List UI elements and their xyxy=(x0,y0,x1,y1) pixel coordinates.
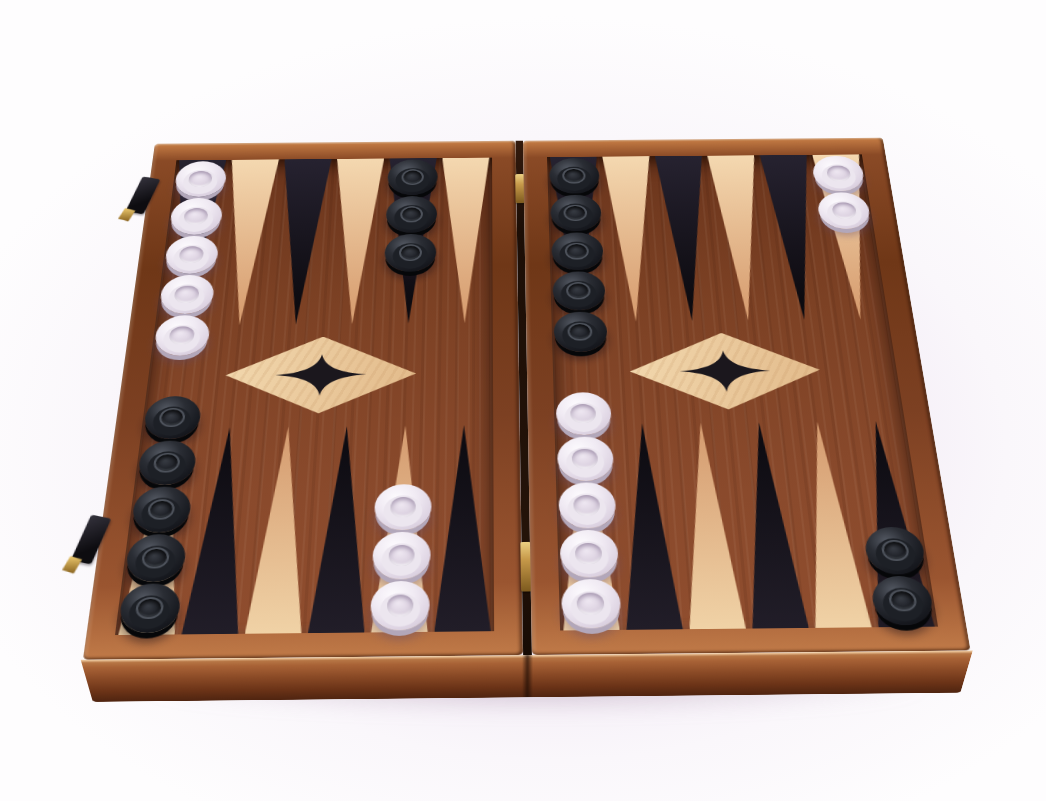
checker-white-point8-1[interactable]: ● xyxy=(370,581,430,631)
point-5-triangle xyxy=(616,423,683,630)
point-9[interactable] xyxy=(305,426,376,633)
point-2[interactable] xyxy=(788,421,875,628)
photo-background: Wooden backgammon board, open case, chec… xyxy=(0,0,1046,801)
point-11[interactable] xyxy=(178,427,259,634)
checker-black-point1-2[interactable]: ● xyxy=(863,527,928,575)
checker-white-point6-5[interactable]: ● xyxy=(555,392,612,435)
checker-black-point17-3[interactable]: ● xyxy=(384,234,437,272)
checker-black-point1-1[interactable]: ● xyxy=(870,576,936,626)
board-left-panel: ●●●●●●●● ●●●●●●●● xyxy=(83,141,523,660)
game-caption: Wooden backgammon board, open case, chec… xyxy=(0,0,1,1)
scene: ●●●●●●●● ●●●●●●●● xyxy=(123,40,923,705)
point-11-triangle xyxy=(182,427,256,634)
checker-white-point24-2[interactable]: ● xyxy=(816,192,872,229)
checker-white-point6-1[interactable]: ● xyxy=(561,579,622,629)
checker-black-point19-2[interactable]: ● xyxy=(550,195,602,232)
checker-white-point6-4[interactable]: ● xyxy=(556,436,614,481)
latch-icon-top[interactable] xyxy=(126,176,161,214)
point-10-triangle xyxy=(245,426,315,633)
point-7[interactable] xyxy=(431,425,494,632)
point-6[interactable]: ●●●●● xyxy=(554,424,623,631)
board-right-panel: ●●●●●●● ●●●●●●● xyxy=(523,138,971,655)
point-8-triangle xyxy=(371,425,431,632)
point-16-triangle xyxy=(327,159,384,325)
point-16[interactable] xyxy=(324,158,387,324)
checker-black-point19-3[interactable]: ● xyxy=(551,232,604,270)
checker-black-point17-1[interactable]: ● xyxy=(387,159,438,195)
point-6-triangle xyxy=(557,424,619,631)
backgammon-board: ●●●●●●●● ●●●●●●●● xyxy=(83,138,971,660)
point-3-triangle xyxy=(733,422,809,629)
point-9-triangle xyxy=(308,426,373,633)
checker-white-point13-4[interactable]: ● xyxy=(158,275,215,314)
checker-white-point8-2[interactable]: ● xyxy=(372,532,431,580)
point-4-triangle xyxy=(674,423,746,630)
point-2-triangle xyxy=(791,421,872,627)
checker-black-point12-1[interactable]: ● xyxy=(117,583,182,633)
latch-icon-bottom[interactable] xyxy=(71,515,112,565)
checker-white-point13-2[interactable]: ● xyxy=(168,198,223,235)
point-18[interactable] xyxy=(437,158,493,324)
diamond-inlay-right xyxy=(628,332,825,410)
point-3[interactable] xyxy=(730,422,812,629)
diamond-star-icon xyxy=(662,348,788,394)
quadrant-bottom-left: ●●●●●●●● xyxy=(115,425,494,635)
point-20-triangle xyxy=(602,156,661,322)
checker-white-point13-3[interactable]: ● xyxy=(163,236,219,274)
point-8[interactable]: ●●● xyxy=(368,425,435,632)
quadrant-top-left: ●●●●●●●● xyxy=(155,158,493,326)
point-17[interactable]: ●●● xyxy=(380,158,439,324)
checker-black-point19-4[interactable]: ● xyxy=(552,271,606,310)
point-12-triangle xyxy=(118,428,197,635)
right-panel-field: ●●●●●●● ●●●●●●● xyxy=(547,154,938,630)
left-panel-field: ●●●●●●●● ●●●●●●●● xyxy=(115,158,494,635)
checker-black-point12-3[interactable]: ● xyxy=(130,486,192,532)
brass-hinge-icon-top xyxy=(515,174,525,203)
quadrant-bottom-right: ●●●●●●● xyxy=(554,421,938,631)
checker-black-point19-1[interactable]: ● xyxy=(549,158,600,194)
point-7-triangle xyxy=(434,425,491,632)
point-12[interactable]: ●●●●● xyxy=(115,428,200,636)
point-1[interactable]: ●● xyxy=(846,421,938,627)
checker-white-point8-3[interactable]: ● xyxy=(374,484,432,530)
point-15-triangle xyxy=(271,159,332,325)
checker-white-point6-2[interactable]: ● xyxy=(559,530,619,578)
checker-black-point12-2[interactable]: ● xyxy=(124,534,188,582)
checker-black-point12-4[interactable]: ● xyxy=(136,440,197,485)
diamond-inlay-left xyxy=(222,336,417,415)
diamond-star-icon xyxy=(258,352,383,398)
point-10[interactable] xyxy=(241,426,317,633)
checker-white-point6-3[interactable]: ● xyxy=(558,482,617,528)
quadrant-top-right: ●●●●●●● xyxy=(547,154,888,322)
case-front-edge xyxy=(81,651,973,702)
point-18-triangle xyxy=(439,158,489,324)
checker-black-point12-5[interactable]: ● xyxy=(142,396,202,439)
checker-black-point17-2[interactable]: ● xyxy=(385,196,437,233)
point-19[interactable]: ●●●●● xyxy=(547,157,608,323)
point-4[interactable] xyxy=(671,423,749,630)
point-1-triangle xyxy=(850,421,935,627)
point-5[interactable] xyxy=(613,423,686,630)
checker-black-point19-5[interactable]: ● xyxy=(553,312,608,353)
